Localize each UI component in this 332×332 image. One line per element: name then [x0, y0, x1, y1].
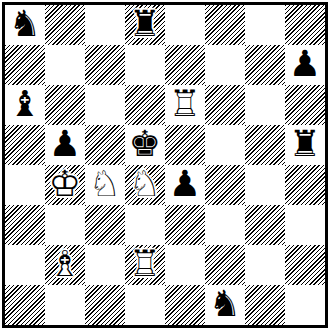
square-e4[interactable]: ♟	[165, 165, 205, 205]
square-d3[interactable]	[125, 205, 165, 245]
piece-black-bishop[interactable]: ♝	[5, 85, 45, 125]
square-b1[interactable]	[45, 285, 85, 325]
square-d7[interactable]	[125, 45, 165, 85]
square-d4[interactable]: ♞♘	[125, 165, 165, 205]
square-e6[interactable]: ♜♖	[165, 85, 205, 125]
piece-white-bishop[interactable]: ♝♗	[45, 245, 85, 285]
square-a8[interactable]: ♞	[5, 5, 45, 45]
piece-black-pawn[interactable]: ♟	[285, 45, 325, 85]
piece-white-king[interactable]: ♚♔	[45, 165, 85, 205]
square-c4[interactable]: ♞♘	[85, 165, 125, 205]
square-e5[interactable]	[165, 125, 205, 165]
square-e3[interactable]	[165, 205, 205, 245]
square-c2[interactable]	[85, 245, 125, 285]
square-a3[interactable]	[5, 205, 45, 245]
square-d2[interactable]: ♜♖	[125, 245, 165, 285]
square-g5[interactable]	[245, 125, 285, 165]
piece-glyph-fill: ♟	[169, 166, 201, 202]
piece-glyph-fill: ♚	[129, 126, 161, 162]
square-g4[interactable]	[245, 165, 285, 205]
square-b4[interactable]: ♚♔	[45, 165, 85, 205]
piece-glyph-outline: ♗	[49, 246, 81, 282]
square-e8[interactable]	[165, 5, 205, 45]
square-f4[interactable]	[205, 165, 245, 205]
square-g2[interactable]	[245, 245, 285, 285]
square-h3[interactable]	[285, 205, 325, 245]
square-a1[interactable]	[5, 285, 45, 325]
piece-white-knight[interactable]: ♞♘	[85, 165, 125, 205]
square-g1[interactable]	[245, 285, 285, 325]
square-d1[interactable]	[125, 285, 165, 325]
square-h5[interactable]: ♜	[285, 125, 325, 165]
square-f1[interactable]: ♞	[205, 285, 245, 325]
board-frame: ♞♜♟♝♜♖♟♚♜♚♔♞♘♞♘♟♝♗♜♖♞	[2, 2, 328, 328]
square-h1[interactable]	[285, 285, 325, 325]
piece-black-knight[interactable]: ♞	[205, 285, 245, 325]
square-a2[interactable]	[5, 245, 45, 285]
square-f6[interactable]	[205, 85, 245, 125]
square-f8[interactable]	[205, 5, 245, 45]
piece-glyph-outline: ♘	[129, 166, 161, 202]
square-c7[interactable]	[85, 45, 125, 85]
square-h8[interactable]	[285, 5, 325, 45]
square-e2[interactable]	[165, 245, 205, 285]
piece-black-rook[interactable]: ♜	[285, 125, 325, 165]
square-h6[interactable]	[285, 85, 325, 125]
piece-glyph-fill: ♟	[49, 126, 81, 162]
piece-glyph-fill: ♝	[9, 86, 41, 122]
piece-glyph-fill: ♟	[289, 46, 321, 82]
piece-black-king[interactable]: ♚	[125, 125, 165, 165]
square-c8[interactable]	[85, 5, 125, 45]
piece-glyph-fill: ♜	[129, 6, 161, 42]
square-f7[interactable]	[205, 45, 245, 85]
square-b5[interactable]: ♟	[45, 125, 85, 165]
piece-glyph-outline: ♔	[49, 166, 81, 202]
square-a5[interactable]	[5, 125, 45, 165]
square-e1[interactable]	[165, 285, 205, 325]
square-b3[interactable]	[45, 205, 85, 245]
piece-glyph-fill: ♞	[209, 286, 241, 322]
piece-black-knight[interactable]: ♞	[5, 5, 45, 45]
piece-white-rook[interactable]: ♜♖	[165, 85, 205, 125]
square-g8[interactable]	[245, 5, 285, 45]
piece-white-knight[interactable]: ♞♘	[125, 165, 165, 205]
piece-glyph-outline: ♖	[129, 246, 161, 282]
square-b7[interactable]	[45, 45, 85, 85]
square-f5[interactable]	[205, 125, 245, 165]
square-f3[interactable]	[205, 205, 245, 245]
square-h7[interactable]: ♟	[285, 45, 325, 85]
square-h4[interactable]	[285, 165, 325, 205]
square-a7[interactable]	[5, 45, 45, 85]
square-b8[interactable]	[45, 5, 85, 45]
square-a4[interactable]	[5, 165, 45, 205]
square-b6[interactable]	[45, 85, 85, 125]
square-c3[interactable]	[85, 205, 125, 245]
square-g7[interactable]	[245, 45, 285, 85]
piece-glyph-outline: ♖	[169, 86, 201, 122]
piece-black-pawn[interactable]: ♟	[165, 165, 205, 205]
square-a6[interactable]: ♝	[5, 85, 45, 125]
piece-glyph-fill: ♜	[289, 126, 321, 162]
square-b2[interactable]: ♝♗	[45, 245, 85, 285]
piece-glyph-outline: ♘	[89, 166, 121, 202]
square-g3[interactable]	[245, 205, 285, 245]
piece-white-rook[interactable]: ♜♖	[125, 245, 165, 285]
square-d6[interactable]	[125, 85, 165, 125]
square-f2[interactable]	[205, 245, 245, 285]
square-g6[interactable]	[245, 85, 285, 125]
chess-board: ♞♜♟♝♜♖♟♚♜♚♔♞♘♞♘♟♝♗♜♖♞	[5, 5, 325, 325]
square-h2[interactable]	[285, 245, 325, 285]
square-c1[interactable]	[85, 285, 125, 325]
piece-black-rook[interactable]: ♜	[125, 5, 165, 45]
square-e7[interactable]	[165, 45, 205, 85]
square-c6[interactable]	[85, 85, 125, 125]
square-d8[interactable]: ♜	[125, 5, 165, 45]
square-d5[interactable]: ♚	[125, 125, 165, 165]
piece-glyph-fill: ♞	[9, 6, 41, 42]
square-c5[interactable]	[85, 125, 125, 165]
piece-black-pawn[interactable]: ♟	[45, 125, 85, 165]
